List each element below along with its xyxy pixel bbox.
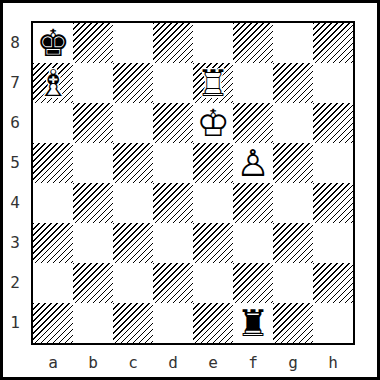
square-f1[interactable]: ♜♜ xyxy=(233,303,273,343)
square-d2[interactable] xyxy=(153,263,193,303)
square-e1[interactable] xyxy=(193,303,233,343)
square-e4[interactable] xyxy=(193,183,233,223)
piece-white-king[interactable]: ♔ xyxy=(193,103,233,143)
square-c7[interactable] xyxy=(113,63,153,103)
square-g7[interactable] xyxy=(273,63,313,103)
file-label-b: b xyxy=(73,349,113,377)
file-label-f: f xyxy=(233,349,273,377)
square-e2[interactable] xyxy=(193,263,233,303)
square-h5[interactable] xyxy=(313,143,353,183)
square-d4[interactable] xyxy=(153,183,193,223)
file-label-c: c xyxy=(113,349,153,377)
square-f3[interactable] xyxy=(233,223,273,263)
square-h7[interactable] xyxy=(313,63,353,103)
rank-label-7: 7 xyxy=(5,63,25,103)
square-b1[interactable] xyxy=(73,303,113,343)
piece-black-rook[interactable]: ♜ xyxy=(233,303,273,343)
file-label-g: g xyxy=(273,349,313,377)
square-c2[interactable] xyxy=(113,263,153,303)
square-b2[interactable] xyxy=(73,263,113,303)
square-d6[interactable] xyxy=(153,103,193,143)
square-a3[interactable] xyxy=(33,223,73,263)
square-d8[interactable] xyxy=(153,23,193,63)
file-label-h: h xyxy=(313,349,353,377)
rank-label-6: 6 xyxy=(5,103,25,143)
square-e6[interactable]: ♚♔ xyxy=(193,103,233,143)
square-h8[interactable] xyxy=(313,23,353,63)
square-e8[interactable] xyxy=(193,23,233,63)
square-b8[interactable] xyxy=(73,23,113,63)
square-g3[interactable] xyxy=(273,223,313,263)
square-h2[interactable] xyxy=(313,263,353,303)
file-label-e: e xyxy=(193,349,233,377)
rank-label-8: 8 xyxy=(5,23,25,63)
square-h3[interactable] xyxy=(313,223,353,263)
square-h1[interactable] xyxy=(313,303,353,343)
rank-label-5: 5 xyxy=(5,143,25,183)
square-f7[interactable] xyxy=(233,63,273,103)
file-label-d: d xyxy=(153,349,193,377)
square-b4[interactable] xyxy=(73,183,113,223)
piece-black-king[interactable]: ♚ xyxy=(33,23,73,63)
square-a2[interactable] xyxy=(33,263,73,303)
square-g2[interactable] xyxy=(273,263,313,303)
square-e3[interactable] xyxy=(193,223,233,263)
square-b6[interactable] xyxy=(73,103,113,143)
square-g8[interactable] xyxy=(273,23,313,63)
square-a6[interactable] xyxy=(33,103,73,143)
square-h6[interactable] xyxy=(313,103,353,143)
square-d3[interactable] xyxy=(153,223,193,263)
piece-white-pawn[interactable]: ♙ xyxy=(233,143,273,183)
square-e7[interactable]: ♜♖ xyxy=(193,63,233,103)
square-d7[interactable] xyxy=(153,63,193,103)
square-e5[interactable] xyxy=(193,143,233,183)
square-c1[interactable] xyxy=(113,303,153,343)
diagram-frame: ♚♚♝♗♜♖♚♔♟♙♜♜ 87654321 abcdefgh xyxy=(0,0,380,380)
square-a5[interactable] xyxy=(33,143,73,183)
square-f6[interactable] xyxy=(233,103,273,143)
rank-label-2: 2 xyxy=(5,263,25,303)
square-f2[interactable] xyxy=(233,263,273,303)
square-d1[interactable] xyxy=(153,303,193,343)
piece-white-bishop[interactable]: ♗ xyxy=(33,63,73,103)
square-f5[interactable]: ♟♙ xyxy=(233,143,273,183)
rank-label-4: 4 xyxy=(5,183,25,223)
rank-label-1: 1 xyxy=(5,303,25,343)
square-f4[interactable] xyxy=(233,183,273,223)
square-d5[interactable] xyxy=(153,143,193,183)
square-a4[interactable] xyxy=(33,183,73,223)
square-a8[interactable]: ♚♚ xyxy=(33,23,73,63)
piece-white-rook[interactable]: ♖ xyxy=(193,63,233,103)
square-b7[interactable] xyxy=(73,63,113,103)
square-c4[interactable] xyxy=(113,183,153,223)
square-c8[interactable] xyxy=(113,23,153,63)
square-h4[interactable] xyxy=(313,183,353,223)
square-a7[interactable]: ♝♗ xyxy=(33,63,73,103)
square-b5[interactable] xyxy=(73,143,113,183)
square-g1[interactable] xyxy=(273,303,313,343)
square-a1[interactable] xyxy=(33,303,73,343)
square-g5[interactable] xyxy=(273,143,313,183)
file-label-a: a xyxy=(33,349,73,377)
square-f8[interactable] xyxy=(233,23,273,63)
board: ♚♚♝♗♜♖♚♔♟♙♜♜ xyxy=(31,21,355,345)
square-b3[interactable] xyxy=(73,223,113,263)
square-c3[interactable] xyxy=(113,223,153,263)
square-g4[interactable] xyxy=(273,183,313,223)
square-c5[interactable] xyxy=(113,143,153,183)
square-c6[interactable] xyxy=(113,103,153,143)
rank-label-3: 3 xyxy=(5,223,25,263)
square-g6[interactable] xyxy=(273,103,313,143)
